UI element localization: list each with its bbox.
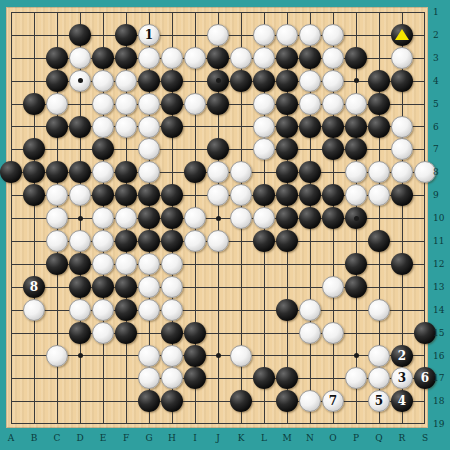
black-stone[interactable] xyxy=(322,207,344,229)
white-stone[interactable] xyxy=(92,70,114,92)
black-stone[interactable] xyxy=(345,253,367,275)
white-stone[interactable] xyxy=(138,276,160,298)
white-stone[interactable] xyxy=(391,116,413,138)
black-stone[interactable] xyxy=(161,322,183,344)
black-stone[interactable] xyxy=(115,299,137,321)
column-letter-A: A xyxy=(8,433,15,443)
row-number-14: 14 xyxy=(433,305,444,315)
white-stone[interactable] xyxy=(138,47,160,69)
white-stone[interactable] xyxy=(115,253,137,275)
column-letter-D: D xyxy=(76,433,83,443)
black-stone[interactable] xyxy=(115,24,137,46)
white-stone[interactable] xyxy=(46,207,68,229)
black-stone[interactable] xyxy=(69,322,91,344)
column-letter-C: C xyxy=(54,433,61,443)
white-stone[interactable] xyxy=(69,230,91,252)
white-stone[interactable] xyxy=(368,299,390,321)
black-stone[interactable] xyxy=(46,70,68,92)
black-stone[interactable] xyxy=(207,93,229,115)
column-letter-F: F xyxy=(123,433,129,443)
black-stone[interactable] xyxy=(368,230,390,252)
move-number-label: 6 xyxy=(421,372,429,384)
row-number-19: 19 xyxy=(433,419,444,429)
white-stone[interactable] xyxy=(46,230,68,252)
black-stone[interactable] xyxy=(161,70,183,92)
black-stone-marked[interactable] xyxy=(391,24,413,46)
black-stone[interactable] xyxy=(69,276,91,298)
black-stone[interactable] xyxy=(115,47,137,69)
white-stone[interactable] xyxy=(161,299,183,321)
column-letter-S: S xyxy=(422,433,428,443)
move-number-label: 7 xyxy=(329,395,337,407)
white-stone[interactable] xyxy=(184,207,206,229)
black-stone[interactable] xyxy=(138,207,160,229)
black-stone[interactable] xyxy=(276,93,298,115)
white-stone[interactable] xyxy=(230,345,252,367)
move-number-label: 5 xyxy=(375,395,383,407)
black-stone[interactable] xyxy=(115,322,137,344)
black-stone[interactable] xyxy=(207,47,229,69)
white-stone[interactable] xyxy=(253,207,275,229)
white-stone[interactable] xyxy=(138,93,160,115)
triangle-marker-icon xyxy=(395,29,409,40)
white-stone[interactable] xyxy=(253,93,275,115)
white-stone[interactable] xyxy=(253,24,275,46)
black-stone[interactable] xyxy=(69,24,91,46)
white-stone[interactable] xyxy=(138,253,160,275)
star-point xyxy=(216,78,221,83)
black-stone[interactable] xyxy=(253,230,275,252)
black-stone[interactable] xyxy=(368,70,390,92)
white-stone[interactable] xyxy=(115,116,137,138)
black-stone[interactable] xyxy=(368,93,390,115)
white-stone[interactable] xyxy=(92,253,114,275)
row-number-13: 13 xyxy=(433,282,444,292)
white-stone[interactable] xyxy=(161,47,183,69)
move-number-label: 8 xyxy=(30,281,38,293)
black-stone[interactable] xyxy=(92,47,114,69)
white-stone[interactable] xyxy=(322,70,344,92)
star-point xyxy=(354,78,359,83)
black-stone[interactable] xyxy=(345,116,367,138)
black-stone[interactable] xyxy=(23,93,45,115)
white-stone[interactable] xyxy=(299,70,321,92)
white-stone[interactable] xyxy=(299,93,321,115)
column-letter-B: B xyxy=(31,433,38,443)
row-number-9: 9 xyxy=(433,190,439,200)
white-stone[interactable] xyxy=(299,322,321,344)
move-number-label: 4 xyxy=(398,395,406,407)
white-stone[interactable] xyxy=(69,47,91,69)
white-stone[interactable] xyxy=(391,47,413,69)
row-number-15: 15 xyxy=(433,328,444,338)
black-stone[interactable] xyxy=(46,47,68,69)
white-stone[interactable] xyxy=(299,299,321,321)
white-stone[interactable] xyxy=(345,93,367,115)
row-number-8: 8 xyxy=(433,167,439,177)
white-stone[interactable] xyxy=(115,207,137,229)
black-stone[interactable] xyxy=(368,116,390,138)
column-letter-O: O xyxy=(329,433,336,443)
black-stone[interactable] xyxy=(161,93,183,115)
black-stone[interactable] xyxy=(138,230,160,252)
white-stone[interactable] xyxy=(322,93,344,115)
black-stone[interactable] xyxy=(299,47,321,69)
column-letter-L: L xyxy=(261,433,267,443)
column-letter-M: M xyxy=(282,433,291,443)
white-stone[interactable] xyxy=(161,345,183,367)
white-stone[interactable] xyxy=(184,230,206,252)
star-point xyxy=(354,216,359,221)
white-stone[interactable] xyxy=(23,299,45,321)
white-stone[interactable] xyxy=(322,47,344,69)
black-stone[interactable] xyxy=(253,70,275,92)
black-stone[interactable] xyxy=(299,116,321,138)
star-point xyxy=(216,353,221,358)
black-stone[interactable] xyxy=(276,230,298,252)
column-letter-J: J xyxy=(216,433,220,443)
black-stone[interactable] xyxy=(322,116,344,138)
column-letter-N: N xyxy=(306,433,314,443)
white-stone[interactable] xyxy=(368,345,390,367)
row-number-2: 2 xyxy=(433,30,439,40)
black-stone[interactable] xyxy=(161,207,183,229)
row-number-18: 18 xyxy=(433,396,444,406)
black-stone[interactable] xyxy=(299,207,321,229)
column-letter-P: P xyxy=(353,433,359,443)
white-stone[interactable] xyxy=(92,93,114,115)
move-number-label: 3 xyxy=(398,372,406,384)
white-stone[interactable] xyxy=(230,207,252,229)
white-stone[interactable] xyxy=(322,24,344,46)
column-letter-Q: Q xyxy=(375,433,382,443)
row-number-17: 17 xyxy=(433,373,444,383)
star-point xyxy=(354,353,359,358)
white-stone[interactable] xyxy=(207,230,229,252)
column-letter-R: R xyxy=(399,433,406,443)
black-stone[interactable] xyxy=(184,322,206,344)
move-number-label: 1 xyxy=(145,29,153,41)
black-stone[interactable] xyxy=(115,276,137,298)
black-stone[interactable] xyxy=(391,253,413,275)
black-stone[interactable] xyxy=(276,299,298,321)
white-stone[interactable] xyxy=(322,276,344,298)
white-stone[interactable] xyxy=(253,47,275,69)
go-board-app: 18236754 ABCDEFGHIJKLMNOPQRS123456789101… xyxy=(0,0,450,450)
white-stone[interactable] xyxy=(92,322,114,344)
white-stone[interactable] xyxy=(69,299,91,321)
black-stone[interactable] xyxy=(184,345,206,367)
black-stone-move-8[interactable]: 8 xyxy=(23,276,45,298)
column-letter-I: I xyxy=(193,433,197,443)
black-stone[interactable] xyxy=(391,70,413,92)
move-number-label: 2 xyxy=(398,350,406,362)
white-stone[interactable] xyxy=(299,24,321,46)
white-stone[interactable] xyxy=(161,276,183,298)
row-number-6: 6 xyxy=(433,122,439,132)
star-point xyxy=(78,216,83,221)
black-stone[interactable] xyxy=(69,116,91,138)
row-number-11: 11 xyxy=(433,236,444,246)
white-stone[interactable] xyxy=(322,322,344,344)
white-stone[interactable] xyxy=(138,116,160,138)
black-stone[interactable] xyxy=(276,207,298,229)
column-letter-K: K xyxy=(238,433,245,443)
row-number-5: 5 xyxy=(433,99,439,109)
white-stone[interactable] xyxy=(46,93,68,115)
white-stone-move-1[interactable]: 1 xyxy=(138,24,160,46)
white-stone[interactable] xyxy=(115,70,137,92)
black-stone[interactable] xyxy=(92,276,114,298)
white-stone[interactable] xyxy=(161,253,183,275)
white-stone[interactable] xyxy=(184,47,206,69)
star-point xyxy=(216,216,221,221)
black-stone[interactable] xyxy=(138,70,160,92)
black-stone-move-2[interactable]: 2 xyxy=(391,345,413,367)
row-number-16: 16 xyxy=(433,351,444,361)
white-stone[interactable] xyxy=(115,93,137,115)
star-point xyxy=(78,78,83,83)
white-stone[interactable] xyxy=(138,299,160,321)
white-stone[interactable] xyxy=(207,24,229,46)
black-stone[interactable] xyxy=(161,230,183,252)
row-number-10: 10 xyxy=(433,213,444,223)
column-letter-G: G xyxy=(145,433,152,443)
row-number-4: 4 xyxy=(433,76,439,86)
white-stone[interactable] xyxy=(253,116,275,138)
white-stone[interactable] xyxy=(92,207,114,229)
row-number-7: 7 xyxy=(433,144,439,154)
white-stone[interactable] xyxy=(92,116,114,138)
white-stone[interactable] xyxy=(276,24,298,46)
white-stone[interactable] xyxy=(92,230,114,252)
column-letter-H: H xyxy=(168,433,176,443)
black-stone[interactable] xyxy=(345,276,367,298)
black-stone[interactable] xyxy=(276,70,298,92)
black-stone[interactable] xyxy=(46,253,68,275)
black-stone[interactable] xyxy=(161,116,183,138)
white-stone[interactable] xyxy=(138,345,160,367)
black-stone[interactable] xyxy=(276,47,298,69)
star-point xyxy=(78,353,83,358)
column-letter-E: E xyxy=(100,433,107,443)
black-stone[interactable] xyxy=(276,116,298,138)
row-number-3: 3 xyxy=(433,53,439,63)
white-stone[interactable] xyxy=(184,93,206,115)
white-stone[interactable] xyxy=(46,345,68,367)
row-number-12: 12 xyxy=(433,259,444,269)
black-stone[interactable] xyxy=(46,116,68,138)
black-stone[interactable] xyxy=(69,253,91,275)
row-number-1: 1 xyxy=(433,7,439,17)
black-stone[interactable] xyxy=(115,230,137,252)
white-stone[interactable] xyxy=(230,47,252,69)
black-stone[interactable] xyxy=(345,47,367,69)
white-stone[interactable] xyxy=(92,299,114,321)
black-stone[interactable] xyxy=(230,70,252,92)
